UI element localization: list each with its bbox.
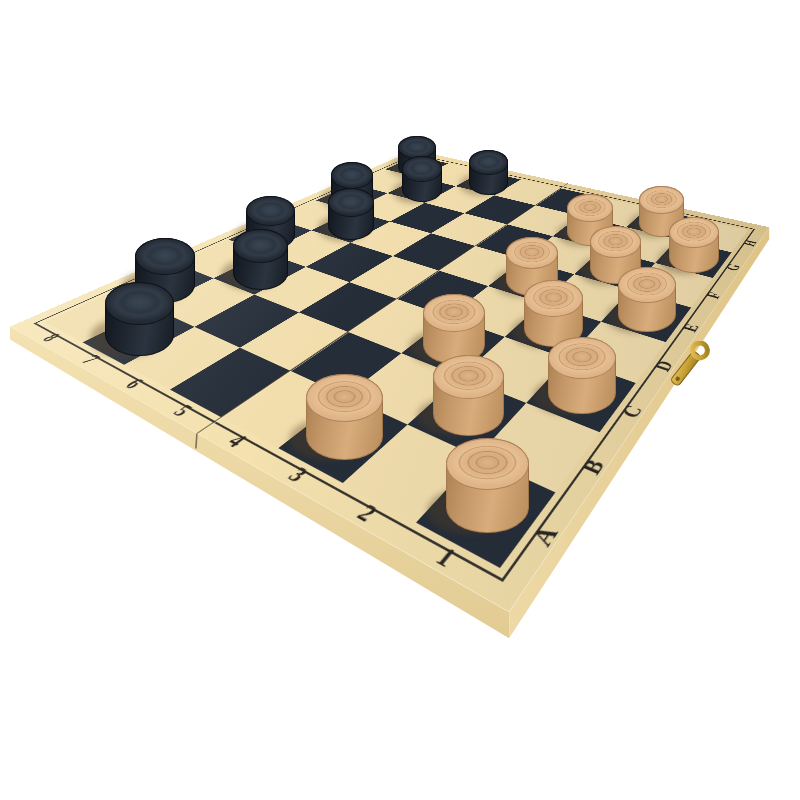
piece-top: [469, 150, 508, 174]
piece-top: [402, 156, 443, 181]
checker-light-c3[interactable]: [423, 294, 485, 364]
piece-top: [506, 237, 558, 269]
piece-top: [548, 337, 616, 379]
checker-light-a1[interactable]: [446, 438, 530, 533]
piece-top: [433, 355, 504, 399]
checker-dark-h6[interactable]: [469, 150, 508, 194]
piece-top: [306, 374, 383, 422]
checker-light-b2[interactable]: [433, 355, 504, 436]
piece-top: [590, 226, 641, 258]
checker-dark-g7[interactable]: [402, 156, 443, 202]
piece-top: [524, 280, 583, 317]
piece-top: [618, 267, 675, 303]
piece-top: [105, 282, 174, 325]
piece-top: [423, 294, 485, 332]
piece-top: [233, 229, 288, 263]
checker-light-a3[interactable]: [306, 374, 383, 460]
piece-top: [639, 186, 684, 214]
product-photo-stage: 87654321 ABCDEFGH: [0, 0, 800, 800]
piece-top: [567, 194, 613, 222]
checker-light-g1[interactable]: [669, 217, 719, 274]
checker-light-e1[interactable]: [618, 267, 675, 332]
piece-top: [331, 162, 373, 188]
pieces-layer: [0, 0, 800, 800]
checker-dark-a7[interactable]: [105, 282, 174, 355]
piece-top: [669, 217, 719, 248]
checker-dark-c7[interactable]: [233, 229, 288, 290]
checker-light-c1[interactable]: [548, 337, 616, 414]
piece-top: [446, 438, 530, 490]
checker-dark-e7[interactable]: [328, 188, 375, 240]
